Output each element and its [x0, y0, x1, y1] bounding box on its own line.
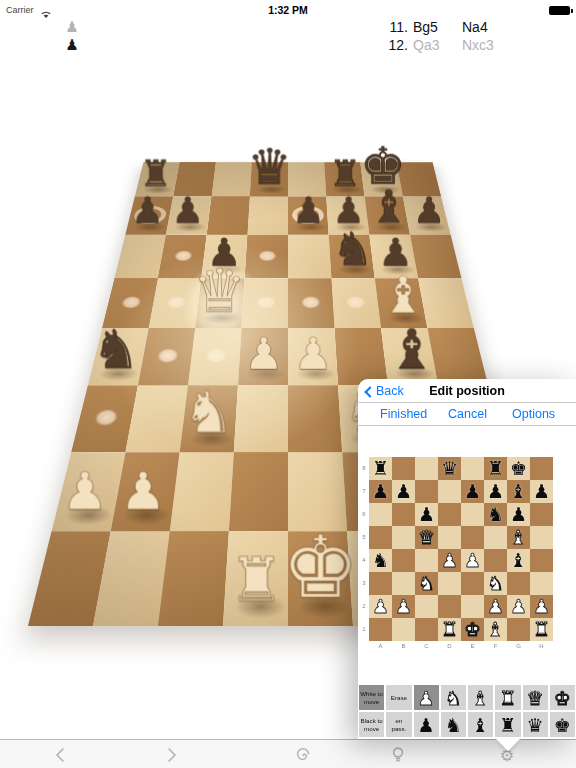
black-piece-glyph: ♚ — [554, 714, 571, 736]
white-piece-glyph: ♟ — [418, 687, 435, 709]
black-knight: ♞ — [369, 549, 392, 572]
edit-square-f2[interactable]: ♟ — [484, 595, 507, 618]
palette-piece-b[interactable]: ♝ — [468, 712, 493, 737]
edit-square-f3[interactable]: ♞ — [484, 572, 507, 595]
square-c8[interactable] — [211, 162, 251, 196]
file-label: D — [438, 643, 461, 649]
edit-square-d1[interactable]: ♜ — [438, 618, 461, 641]
white-pawn-3d: ♟ — [244, 334, 283, 375]
move-hint-dot[interactable] — [120, 296, 142, 309]
black-pawn-3d: ♟ — [131, 194, 163, 227]
edit-square-e7[interactable]: ♟ — [461, 480, 484, 503]
square-a2[interactable]: ♟ — [52, 452, 126, 531]
edit-square-g1[interactable] — [507, 618, 530, 641]
black-queen: ♛ — [438, 457, 461, 480]
rank-label: 1 — [360, 618, 368, 641]
palette-piece-b[interactable]: ♚ — [550, 712, 575, 737]
edit-square-b4[interactable] — [392, 549, 415, 572]
rank-labels: 87654321 — [360, 457, 368, 641]
square-c3[interactable]: ♞ — [180, 385, 238, 452]
black-rook-3d: ♜ — [139, 157, 171, 190]
white-bishop: ♝ — [507, 526, 530, 549]
edit-square-c3[interactable]: ♞ — [415, 572, 438, 595]
palette-piece-b[interactable]: ♜ — [495, 712, 520, 737]
rank-label: 4 — [360, 549, 368, 572]
square-d4[interactable]: ♟ — [238, 328, 288, 385]
square-d8[interactable]: ♛ — [250, 162, 288, 196]
forward-button-toolbar[interactable] — [161, 744, 183, 766]
edit-square-h4[interactable] — [530, 549, 553, 572]
white-knight: ♞ — [484, 572, 507, 595]
panel-header: Back Edit position — [358, 379, 576, 403]
edit-square-f1[interactable]: ♝ — [484, 618, 507, 641]
palette-piece-w[interactable]: ♜ — [495, 685, 520, 710]
edit-square-e2[interactable] — [461, 595, 484, 618]
white-rook-3d: ♜ — [229, 551, 284, 607]
edit-square-d2[interactable] — [438, 595, 461, 618]
back-button-toolbar[interactable] — [49, 744, 71, 766]
square-c1[interactable] — [158, 531, 229, 626]
rank-label: 2 — [360, 595, 368, 618]
square-b7[interactable]: ♟ — [166, 196, 211, 234]
black-piece-glyph: ♛ — [527, 714, 544, 736]
white-king: ♚ — [461, 618, 484, 641]
black-pawn: ♟ — [507, 503, 530, 526]
file-label: G — [507, 643, 530, 649]
black-pawn: ♟ — [461, 480, 484, 503]
white-knight-3d: ♞ — [182, 386, 234, 439]
black-rook: ♜ — [369, 457, 392, 480]
palette-piece-b[interactable]: ♟ — [414, 712, 439, 737]
square-a1[interactable] — [28, 531, 111, 626]
palette-erase[interactable]: Erase — [386, 685, 411, 710]
file-label: C — [415, 643, 438, 649]
edit-square-d5[interactable] — [438, 526, 461, 549]
square-e7[interactable]: ♟ — [288, 196, 329, 234]
white-pawn: ♟ — [438, 549, 461, 572]
black-pawn: ♟ — [530, 480, 553, 503]
edit-board[interactable]: ♜♛♜♚♟♟♟♟♝♟♟♞♟♛♝♞♟♟♝♞♞♟♟♟♟♟♜♚♝♜ — [369, 457, 553, 641]
edit-square-h3[interactable] — [530, 572, 553, 595]
edit-square-a3[interactable] — [369, 572, 392, 595]
edit-square-b5[interactable] — [392, 526, 415, 549]
edit-square-d6[interactable] — [438, 503, 461, 526]
popover-tail — [496, 739, 520, 751]
move-hint-dot[interactable] — [93, 409, 119, 426]
square-g4[interactable]: ♝ — [381, 328, 438, 385]
square-e3[interactable] — [288, 385, 342, 452]
black-pawn-3d: ♟ — [413, 194, 445, 227]
palette-white-to-move[interactable]: White to move — [359, 685, 384, 710]
white-pawn: ♟ — [530, 595, 553, 618]
square-e5[interactable] — [288, 278, 334, 328]
edit-square-d7[interactable] — [438, 480, 461, 503]
white-piece-glyph: ♚ — [554, 687, 571, 709]
edit-board-area: 87654321 ♜♛♜♚♟♟♟♟♝♟♟♞♟♛♝♞♟♟♝♞♞♟♟♟♟♟♜♚♝♜ … — [358, 457, 576, 657]
move-hint-dot[interactable] — [256, 296, 276, 309]
white-move[interactable]: Qa3 — [413, 37, 439, 53]
edit-square-c2[interactable] — [415, 595, 438, 618]
edit-square-f8[interactable]: ♜ — [484, 457, 507, 480]
file-label: F — [484, 643, 507, 649]
edit-square-e6[interactable] — [461, 503, 484, 526]
edit-square-g4[interactable]: ♝ — [507, 549, 530, 572]
black-piece-glyph: ♞ — [445, 714, 462, 736]
rank-label: 7 — [360, 480, 368, 503]
palette-piece-b[interactable]: ♛ — [523, 712, 548, 737]
edit-square-a8[interactable]: ♜ — [369, 457, 392, 480]
edit-square-g2[interactable]: ♟ — [507, 595, 530, 618]
white-pawn: ♟ — [369, 595, 392, 618]
white-queen: ♛ — [415, 526, 438, 549]
file-label: E — [461, 643, 484, 649]
palette-piece-w[interactable]: ♟ — [414, 685, 439, 710]
palette-piece-w[interactable]: ♚ — [550, 685, 575, 710]
rank-label: 8 — [360, 457, 368, 480]
white-pawn: ♟ — [461, 549, 484, 572]
edit-square-c8[interactable] — [415, 457, 438, 480]
edit-square-d3[interactable] — [438, 572, 461, 595]
move-hint-dot[interactable] — [301, 296, 321, 309]
white-bishop: ♝ — [484, 618, 507, 641]
square-f5[interactable] — [331, 278, 381, 328]
edit-square-h1[interactable]: ♜ — [530, 618, 553, 641]
white-pawn-3d: ♟ — [119, 468, 166, 516]
white-pawn: ♟ — [484, 595, 507, 618]
square-f4[interactable] — [334, 328, 388, 385]
black-pawn: ♟ — [369, 480, 392, 503]
move-number: 12. — [378, 37, 408, 53]
white-rook: ♜ — [438, 618, 461, 641]
move-number: 11. — [378, 19, 408, 35]
square-d3[interactable] — [234, 385, 288, 452]
black-piece-glyph: ♝ — [472, 714, 489, 736]
edit-square-a2[interactable]: ♟ — [369, 595, 392, 618]
edit-square-a5[interactable] — [369, 526, 392, 549]
move-row: 11. Bg5 Na4 — [0, 19, 576, 37]
edit-square-c6[interactable]: ♟ — [415, 503, 438, 526]
edit-square-f5[interactable] — [484, 526, 507, 549]
edit-square-e4[interactable]: ♟ — [461, 549, 484, 572]
white-pawn: ♟ — [507, 595, 530, 618]
edit-square-c1[interactable] — [415, 618, 438, 641]
square-h4[interactable] — [427, 328, 488, 385]
black-piece-glyph: ♟ — [418, 714, 435, 736]
white-pawn-3d: ♟ — [293, 334, 332, 375]
edit-square-e3[interactable] — [461, 572, 484, 595]
black-pawn: ♟ — [415, 503, 438, 526]
palette-black-to-move[interactable]: Black to move — [359, 712, 384, 737]
edit-square-e1[interactable]: ♚ — [461, 618, 484, 641]
file-label: B — [392, 643, 415, 649]
edit-square-d8[interactable]: ♛ — [438, 457, 461, 480]
square-f6[interactable]: ♞ — [329, 235, 375, 279]
palette-piece-w[interactable]: ♞ — [441, 685, 466, 710]
edit-square-h8[interactable] — [530, 457, 553, 480]
white-queen-3d: ♛ — [193, 264, 246, 319]
edit-square-b7[interactable]: ♟ — [392, 480, 415, 503]
black-bishop: ♝ — [507, 480, 530, 503]
move-hint-dot[interactable] — [205, 348, 227, 363]
edit-square-h7[interactable]: ♟ — [530, 480, 553, 503]
square-c2[interactable] — [170, 452, 234, 531]
hint-lightbulb-icon[interactable] — [387, 744, 409, 766]
edit-square-a6[interactable] — [369, 503, 392, 526]
edit-square-b6[interactable] — [392, 503, 415, 526]
edit-square-c4[interactable] — [415, 549, 438, 572]
edit-square-h2[interactable]: ♟ — [530, 595, 553, 618]
black-pawn: ♟ — [484, 480, 507, 503]
edit-square-g3[interactable] — [507, 572, 530, 595]
rank-label: 5 — [360, 526, 368, 549]
square-d7[interactable] — [247, 196, 288, 234]
bottom-toolbar: ⚙ — [0, 739, 576, 768]
edit-position-panel: Back Edit position Finished Cancel Optio… — [358, 379, 576, 739]
black-bishop: ♝ — [507, 549, 530, 572]
panel-title: Edit position — [358, 384, 576, 398]
edit-square-f7[interactable]: ♟ — [484, 480, 507, 503]
move-row: 12. Qa3 Nxc3 — [0, 37, 576, 55]
square-b2[interactable]: ♟ — [111, 452, 180, 531]
black-move[interactable]: Na4 — [462, 19, 488, 35]
move-list-header: ♟ ♟ 11. Bg5 Na4 12. Qa3 Nxc3 — [0, 20, 576, 60]
file-label: A — [369, 643, 392, 649]
black-pawn-3d: ♟ — [292, 194, 324, 227]
black-bishop-3d: ♝ — [369, 187, 409, 228]
file-label: H — [530, 643, 553, 649]
finished-button[interactable]: Finished — [380, 407, 427, 421]
edit-square-b3[interactable] — [392, 572, 415, 595]
edit-square-a7[interactable]: ♟ — [369, 480, 392, 503]
options-button[interactable]: Options — [512, 407, 555, 421]
palette-en-pass[interactable]: en pass. — [386, 712, 411, 737]
square-e6[interactable] — [288, 235, 331, 279]
edit-square-g6[interactable]: ♟ — [507, 503, 530, 526]
black-pawn-3d: ♟ — [171, 194, 203, 227]
white-rook: ♜ — [530, 618, 553, 641]
square-e1[interactable]: ♚ — [288, 531, 353, 626]
black-piece-glyph: ♜ — [499, 714, 516, 736]
edit-square-a1[interactable] — [369, 618, 392, 641]
black-knight-3d: ♞ — [91, 325, 139, 374]
white-piece-glyph: ♞ — [445, 687, 462, 709]
square-e4[interactable]: ♟ — [288, 328, 338, 385]
edit-square-b2[interactable]: ♟ — [392, 595, 415, 618]
square-d2[interactable] — [229, 452, 288, 531]
edit-square-g8[interactable]: ♚ — [507, 457, 530, 480]
white-pawn: ♟ — [392, 595, 415, 618]
black-rook: ♜ — [484, 457, 507, 480]
edit-square-e8[interactable] — [461, 457, 484, 480]
edit-square-d4[interactable]: ♟ — [438, 549, 461, 572]
move-hint-dot[interactable] — [345, 296, 366, 309]
square-d1[interactable]: ♜ — [223, 531, 288, 626]
rank-label: 6 — [360, 503, 368, 526]
black-bishop-3d: ♝ — [387, 324, 436, 374]
panel-actions: Finished Cancel Options — [358, 403, 576, 426]
black-king: ♚ — [507, 457, 530, 480]
black-move[interactable]: Nxc3 — [462, 37, 494, 53]
move-hint-dot[interactable] — [258, 250, 276, 261]
edit-square-g7[interactable]: ♝ — [507, 480, 530, 503]
square-c5[interactable]: ♛ — [195, 278, 245, 328]
black-knight-3d: ♞ — [332, 228, 373, 270]
white-piece-glyph: ♛ — [527, 687, 544, 709]
white-piece-glyph: ♝ — [472, 687, 489, 709]
palette-piece-w[interactable]: ♛ — [523, 685, 548, 710]
white-knight: ♞ — [415, 572, 438, 595]
black-rook-3d: ♜ — [329, 157, 361, 190]
edit-square-c7[interactable] — [415, 480, 438, 503]
white-pawn-3d: ♟ — [61, 468, 108, 516]
spiral-icon[interactable] — [292, 744, 314, 766]
edit-square-b1[interactable] — [392, 618, 415, 641]
edit-square-f4[interactable] — [484, 549, 507, 572]
edit-square-e5[interactable] — [461, 526, 484, 549]
file-labels: ABCDEFGH — [369, 643, 553, 649]
piece-palette: White to moveErase♟♞♝♜♛♚Black to moveen … — [359, 685, 575, 737]
edit-square-h5[interactable] — [530, 526, 553, 549]
edit-square-a4[interactable]: ♞ — [369, 549, 392, 572]
white-bishop-3d: ♝ — [380, 272, 426, 319]
status-bar: Carrier 1:32 PM — [0, 0, 576, 20]
palette-piece-b[interactable]: ♞ — [441, 712, 466, 737]
white-move[interactable]: Bg5 — [413, 19, 438, 35]
move-hint-dot[interactable] — [156, 348, 179, 363]
black-knight: ♞ — [484, 503, 507, 526]
cancel-button[interactable]: Cancel — [448, 407, 487, 421]
edit-square-g5[interactable]: ♝ — [507, 526, 530, 549]
white-piece-glyph: ♜ — [499, 687, 516, 709]
status-time: 1:32 PM — [0, 4, 576, 16]
white-king-3d: ♚ — [281, 528, 358, 608]
edit-square-h6[interactable] — [530, 503, 553, 526]
edit-square-c5[interactable]: ♛ — [415, 526, 438, 549]
rank-label: 3 — [360, 572, 368, 595]
black-queen-3d: ♛ — [247, 145, 291, 190]
edit-square-f6[interactable]: ♞ — [484, 503, 507, 526]
battery-icon — [549, 6, 570, 15]
black-pawn: ♟ — [392, 480, 415, 503]
edit-square-b8[interactable] — [392, 457, 415, 480]
palette-piece-w[interactable]: ♝ — [468, 685, 493, 710]
